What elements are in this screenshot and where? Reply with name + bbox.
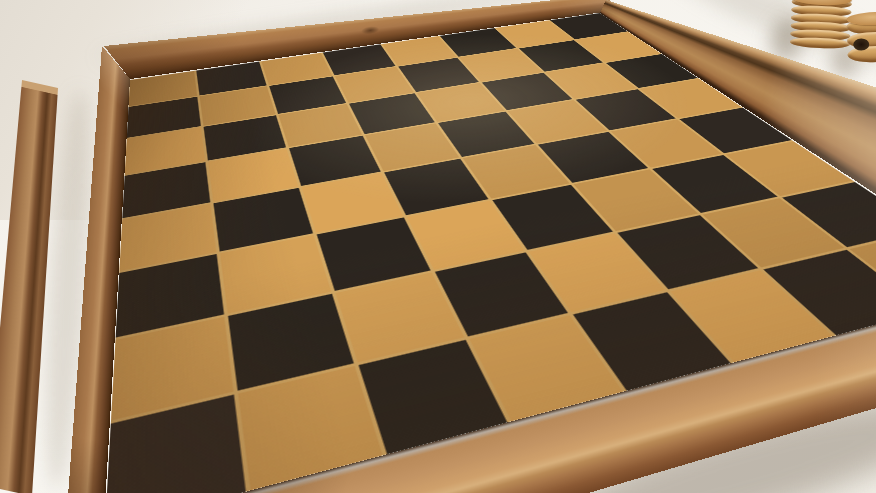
scene: [0, 0, 876, 493]
checker-stack-1[interactable]: [790, 0, 852, 49]
checker-stack-2[interactable]: [846, 11, 876, 63]
